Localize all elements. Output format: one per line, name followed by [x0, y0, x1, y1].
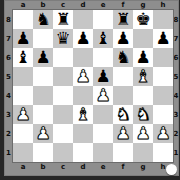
rank-label-4: 4 — [4, 86, 13, 105]
rank-label-2: 2 — [173, 124, 179, 143]
square-b7[interactable] — [33, 29, 53, 48]
white-knight[interactable]: ♞ — [113, 105, 133, 124]
square-b5[interactable] — [33, 67, 53, 86]
white-pawn[interactable]: ♟ — [33, 124, 53, 143]
square-c1[interactable] — [53, 143, 73, 162]
rank-label-1: 1 — [4, 143, 13, 162]
square-d2[interactable] — [73, 124, 93, 143]
square-d1[interactable] — [73, 143, 93, 162]
white-bishop[interactable]: ♝ — [133, 67, 153, 86]
file-labels-top: abcdefgh — [13, 1, 173, 9]
square-g4[interactable] — [133, 86, 153, 105]
square-a8[interactable] — [13, 10, 33, 29]
square-e2[interactable] — [93, 124, 113, 143]
square-g1[interactable] — [133, 143, 153, 162]
square-f6[interactable]: ♞ — [113, 48, 133, 67]
square-f7[interactable]: ♟ — [113, 29, 133, 48]
black-pawn[interactable]: ♟ — [133, 48, 153, 67]
square-g5[interactable]: ♝ — [133, 67, 153, 86]
square-a3[interactable]: ♟ — [13, 105, 33, 124]
black-rook[interactable]: ♜ — [113, 10, 133, 29]
file-label-f: f — [113, 163, 133, 172]
file-label-d: d — [73, 1, 93, 9]
chess-diagram: abcdefgh abcdefgh 87654321 87654321 ♞♜♜♚… — [0, 0, 180, 180]
square-d3[interactable]: ♝ — [73, 105, 93, 124]
white-pawn[interactable]: ♟ — [153, 124, 173, 143]
square-c3[interactable] — [53, 105, 73, 124]
file-label-g: g — [133, 1, 153, 9]
file-label-c: c — [53, 1, 73, 9]
file-labels-bottom: abcdefgh — [13, 163, 173, 172]
square-g8[interactable]: ♚ — [133, 10, 153, 29]
file-label-b: b — [33, 1, 53, 9]
square-e8[interactable] — [93, 10, 113, 29]
square-h4[interactable] — [153, 86, 173, 105]
square-d4[interactable] — [73, 86, 93, 105]
black-knight[interactable]: ♞ — [113, 48, 133, 67]
square-c7[interactable]: ♛ — [53, 29, 73, 48]
square-g6[interactable]: ♟ — [133, 48, 153, 67]
square-h3[interactable] — [153, 105, 173, 124]
square-h1[interactable] — [153, 143, 173, 162]
file-label-c: c — [53, 163, 73, 172]
square-g2[interactable]: ♟ — [133, 124, 153, 143]
square-b3[interactable] — [33, 105, 53, 124]
white-bishop[interactable]: ♝ — [73, 105, 93, 124]
square-h2[interactable]: ♟ — [153, 124, 173, 143]
file-label-a: a — [13, 1, 33, 9]
square-f4[interactable] — [113, 86, 133, 105]
black-king[interactable]: ♚ — [133, 10, 153, 29]
square-d5[interactable]: ♟ — [73, 67, 93, 86]
square-h6[interactable] — [153, 48, 173, 67]
square-f8[interactable]: ♜ — [113, 10, 133, 29]
square-h7[interactable]: ♟ — [153, 29, 173, 48]
white-pawn[interactable]: ♟ — [93, 86, 113, 105]
square-f5[interactable] — [113, 67, 133, 86]
black-queen[interactable]: ♛ — [53, 29, 73, 48]
black-knight[interactable]: ♞ — [33, 10, 53, 29]
square-f2[interactable]: ♟ — [113, 124, 133, 143]
rank-label-8: 8 — [4, 10, 13, 29]
file-label-f: f — [113, 1, 133, 9]
black-bishop[interactable]: ♝ — [93, 29, 113, 48]
square-e3[interactable] — [93, 105, 113, 124]
square-b1[interactable] — [33, 143, 53, 162]
black-pawn[interactable]: ♟ — [93, 67, 113, 86]
rank-label-3: 3 — [4, 105, 13, 124]
square-b2[interactable]: ♟ — [33, 124, 53, 143]
square-b4[interactable] — [33, 86, 53, 105]
square-a6[interactable]: ♝ — [13, 48, 33, 67]
square-a4[interactable] — [13, 86, 33, 105]
square-c5[interactable] — [53, 67, 73, 86]
square-c4[interactable] — [53, 86, 73, 105]
black-pawn[interactable]: ♟ — [13, 29, 33, 48]
square-e1[interactable] — [93, 143, 113, 162]
rank-label-5: 5 — [4, 67, 13, 86]
rank-label-1: 1 — [173, 143, 179, 162]
square-a7[interactable]: ♟ — [13, 29, 33, 48]
file-label-h: h — [153, 1, 173, 9]
white-pawn[interactable]: ♟ — [113, 124, 133, 143]
rank-label-5: 5 — [173, 67, 179, 86]
square-c2[interactable] — [53, 124, 73, 143]
rank-label-8: 8 — [173, 10, 179, 29]
square-b8[interactable]: ♞ — [33, 10, 53, 29]
black-pawn[interactable]: ♟ — [153, 29, 173, 48]
rank-label-7: 7 — [4, 29, 13, 48]
black-rook[interactable]: ♜ — [53, 10, 73, 29]
file-label-d: d — [73, 163, 93, 172]
square-d6[interactable] — [73, 48, 93, 67]
square-a2[interactable] — [13, 124, 33, 143]
square-g3[interactable]: ♞ — [133, 105, 153, 124]
rank-label-4: 4 — [173, 86, 179, 105]
rank-label-2: 2 — [4, 124, 13, 143]
square-e7[interactable]: ♝ — [93, 29, 113, 48]
white-pawn[interactable]: ♟ — [73, 67, 93, 86]
square-f3[interactable]: ♞ — [113, 105, 133, 124]
square-e6[interactable] — [93, 48, 113, 67]
white-pawn[interactable]: ♟ — [133, 124, 153, 143]
square-e5[interactable]: ♟ — [93, 67, 113, 86]
file-label-g: g — [133, 163, 153, 172]
square-a1[interactable] — [13, 143, 33, 162]
square-c6[interactable] — [53, 48, 73, 67]
square-f1[interactable] — [113, 143, 133, 162]
square-d8[interactable] — [73, 10, 93, 29]
white-pawn[interactable]: ♟ — [13, 105, 33, 124]
square-h5[interactable] — [153, 67, 173, 86]
rank-labels-right: 87654321 — [173, 10, 179, 162]
square-e4[interactable]: ♟ — [93, 86, 113, 105]
file-label-e: e — [93, 163, 113, 172]
black-pawn[interactable]: ♟ — [33, 48, 53, 67]
white-knight[interactable]: ♞ — [133, 105, 153, 124]
square-h8[interactable] — [153, 10, 173, 29]
black-pawn[interactable]: ♟ — [73, 29, 93, 48]
board-frame: abcdefgh abcdefgh 87654321 87654321 ♞♜♜♚… — [4, 0, 179, 176]
square-g7[interactable] — [133, 29, 153, 48]
file-label-b: b — [33, 163, 53, 172]
chess-board[interactable]: ♞♜♜♚♟♛♟♝♟♟♝♟♞♟♟♟♝♟♟♝♞♞♟♟♟♟ — [13, 10, 173, 162]
file-label-e: e — [93, 1, 113, 9]
file-label-a: a — [13, 163, 33, 172]
rank-label-6: 6 — [173, 48, 179, 67]
black-pawn[interactable]: ♟ — [113, 29, 133, 48]
rank-label-3: 3 — [173, 105, 179, 124]
square-c8[interactable]: ♜ — [53, 10, 73, 29]
rank-labels-left: 87654321 — [4, 10, 13, 162]
rank-label-6: 6 — [4, 48, 13, 67]
square-d7[interactable]: ♟ — [73, 29, 93, 48]
square-b6[interactable]: ♟ — [33, 48, 53, 67]
rank-label-7: 7 — [173, 29, 179, 48]
square-a5[interactable] — [13, 67, 33, 86]
white-to-move-indicator — [166, 164, 177, 175]
black-bishop[interactable]: ♝ — [13, 48, 33, 67]
